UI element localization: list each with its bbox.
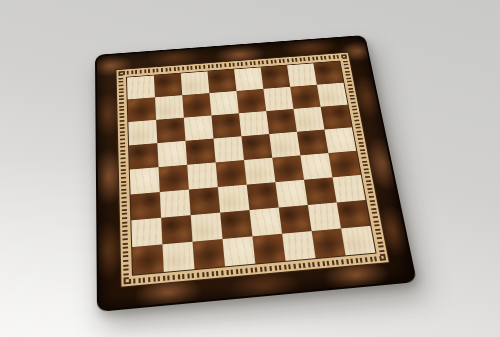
square-a1[interactable] [132, 244, 164, 274]
square-d7[interactable] [209, 91, 238, 115]
square-h3[interactable] [332, 175, 365, 203]
square-a6[interactable] [128, 120, 157, 146]
square-e1[interactable] [252, 234, 285, 264]
square-b4[interactable] [159, 165, 189, 192]
square-c6[interactable] [184, 115, 214, 140]
square-c7[interactable] [182, 93, 211, 118]
square-g6[interactable] [293, 107, 324, 132]
square-e4[interactable] [244, 158, 275, 185]
square-c4[interactable] [187, 162, 218, 189]
square-a3[interactable] [131, 192, 162, 220]
square-f2[interactable] [279, 205, 312, 234]
square-a5[interactable] [129, 143, 158, 169]
square-a2[interactable] [131, 218, 162, 247]
square-d4[interactable] [216, 160, 247, 187]
square-d8[interactable] [207, 69, 236, 93]
square-a7[interactable] [128, 97, 157, 122]
square-f4[interactable] [272, 155, 304, 182]
square-e5[interactable] [241, 134, 272, 160]
square-h8[interactable] [313, 61, 343, 84]
square-g2[interactable] [308, 202, 341, 231]
square-b1[interactable] [162, 242, 194, 272]
square-a8[interactable] [127, 75, 155, 99]
square-d3[interactable] [218, 185, 250, 213]
square-g8[interactable] [287, 63, 317, 86]
square-g5[interactable] [297, 130, 329, 156]
playing-field [126, 61, 377, 276]
square-b2[interactable] [161, 215, 192, 244]
square-f8[interactable] [261, 65, 291, 89]
studio-background [0, 0, 500, 337]
square-e2[interactable] [249, 208, 282, 237]
square-h1[interactable] [341, 226, 375, 256]
square-f1[interactable] [282, 231, 316, 261]
square-g1[interactable] [312, 228, 346, 258]
square-h7[interactable] [317, 83, 348, 107]
square-d2[interactable] [220, 210, 252, 239]
square-b8[interactable] [154, 73, 182, 97]
square-e6[interactable] [239, 111, 269, 136]
square-g7[interactable] [290, 85, 320, 109]
square-b7[interactable] [155, 95, 184, 120]
square-e7[interactable] [236, 89, 266, 113]
square-h2[interactable] [337, 200, 371, 229]
square-b6[interactable] [156, 118, 185, 143]
square-e3[interactable] [247, 182, 279, 210]
square-b5[interactable] [157, 141, 187, 167]
square-h5[interactable] [324, 127, 356, 153]
square-b3[interactable] [160, 190, 191, 218]
square-f7[interactable] [263, 87, 293, 111]
square-g4[interactable] [300, 153, 332, 180]
square-f6[interactable] [266, 109, 297, 134]
square-h4[interactable] [328, 151, 360, 178]
square-f3[interactable] [275, 180, 307, 208]
square-h6[interactable] [321, 105, 352, 130]
square-d1[interactable] [223, 236, 256, 266]
square-c5[interactable] [185, 139, 215, 165]
square-c8[interactable] [181, 71, 210, 95]
square-f5[interactable] [269, 132, 300, 158]
square-g3[interactable] [304, 177, 337, 205]
square-d6[interactable] [211, 113, 241, 138]
square-c2[interactable] [191, 213, 223, 242]
square-c3[interactable] [189, 187, 220, 215]
square-e8[interactable] [234, 67, 263, 91]
square-a4[interactable] [130, 167, 160, 194]
square-c1[interactable] [193, 239, 225, 269]
square-d5[interactable] [213, 136, 244, 162]
chess-board [95, 35, 417, 312]
